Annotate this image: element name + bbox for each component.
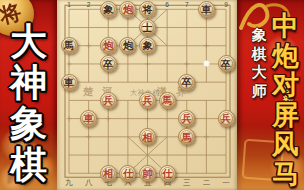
file-label-top: 1 [65, 1, 73, 8]
piece-character: 卒 [101, 58, 116, 72]
piece-black-炮[interactable]: 炮 [119, 37, 136, 54]
title-character: 大 [0, 21, 57, 62]
piece-black-馬[interactable]: 馬 [61, 37, 78, 54]
left-title-vertical: 大神象棋 [0, 21, 57, 185]
file-label-bottom: 三 [183, 178, 191, 188]
title-character: 马 [267, 160, 304, 190]
piece-character: 帥 [140, 167, 155, 181]
piece-character: 卒 [219, 58, 234, 72]
piece-red-兵[interactable]: 兵 [139, 92, 156, 109]
piece-black-象[interactable]: 象 [100, 1, 117, 18]
piece-black-卒[interactable]: 卒 [100, 55, 117, 72]
piece-character: 兵 [219, 112, 234, 126]
title-character: 大 [251, 63, 267, 82]
piece-red-兵[interactable]: 兵 [218, 110, 235, 127]
piece-character: 兵 [179, 112, 194, 126]
piece-red-兵[interactable]: 兵 [178, 110, 195, 127]
file-label-bottom: 九 [65, 178, 73, 188]
piece-character: 兵 [140, 94, 155, 108]
xiangqi-board[interactable]: 123456789九八七六五四三二一 楚河 漢界 大神象棋_ 象炮将車士馬炮炮象… [57, 0, 237, 190]
title-character: 象 [251, 26, 267, 45]
piece-character: 炮 [101, 39, 116, 53]
piece-black-車[interactable]: 車 [198, 1, 215, 18]
piece-red-炮[interactable]: 炮 [100, 37, 117, 54]
title-character: 炮 [267, 42, 304, 72]
piece-character: 象 [140, 39, 155, 53]
right-title-vertical: 中炮对屏风马 [267, 12, 304, 189]
piece-black-卒[interactable]: 卒 [218, 55, 235, 72]
piece-character: 相 [140, 131, 155, 145]
piece-character: 炮 [120, 3, 135, 17]
piece-character: 馬 [62, 39, 77, 53]
piece-character: 象 [101, 3, 116, 17]
piece-character: 将 [140, 3, 155, 17]
right-banner: 象棋大师 创新 中炮对屏风马 [237, 0, 304, 190]
piece-character: 車 [199, 3, 214, 17]
piece-character: 炮 [120, 39, 135, 53]
title-character: 屏 [267, 101, 304, 131]
file-label-top: 9 [222, 1, 230, 8]
title-character: 中 [267, 12, 304, 42]
title-character: 师 [251, 82, 267, 101]
piece-character: 車 [81, 112, 96, 126]
left-banner: 将 帥 大神象棋 [0, 0, 57, 190]
piece-black-卒[interactable]: 卒 [178, 74, 195, 91]
piece-red-相[interactable]: 相 [100, 165, 117, 182]
piece-red-帥[interactable]: 帥 [139, 165, 156, 182]
piece-character: 仕 [120, 167, 135, 181]
piece-red-仕[interactable]: 仕 [159, 165, 176, 182]
piece-black-士[interactable]: 士 [139, 19, 156, 36]
piece-red-仕[interactable]: 仕 [119, 165, 136, 182]
file-label-bottom: 一 [222, 178, 230, 188]
piece-character: 兵 [101, 94, 116, 108]
subtitle-vertical: 象棋大师 [251, 26, 267, 100]
piece-character: 車 [62, 76, 77, 90]
piece-red-馬[interactable]: 馬 [159, 92, 176, 109]
title-character: 对 [267, 71, 304, 101]
piece-red-馬[interactable]: 馬 [178, 128, 195, 145]
piece-black-車[interactable]: 車 [61, 74, 78, 91]
title-character: 风 [267, 130, 304, 160]
title-character: 棋 [251, 45, 267, 64]
file-label-top: 7 [183, 1, 191, 8]
piece-black-将[interactable]: 将 [139, 1, 156, 18]
piece-character: 仕 [160, 167, 175, 181]
piece-red-車[interactable]: 車 [80, 110, 97, 127]
file-label-top: 6 [163, 1, 171, 8]
piece-character: 馬 [160, 94, 175, 108]
title-character: 象 [0, 103, 57, 144]
piece-character: 馬 [179, 131, 194, 145]
file-label-bottom: 二 [202, 178, 210, 188]
piece-red-兵[interactable]: 兵 [100, 92, 117, 109]
piece-red-相[interactable]: 相 [139, 128, 156, 145]
piece-character: 士 [140, 21, 155, 35]
thumbnail-stage: 将 帥 大神象棋 123456789九八七六五四三二一 楚河 漢界 大神象棋_ … [0, 0, 304, 190]
title-character: 神 [0, 62, 57, 103]
piece-character: 卒 [179, 76, 194, 90]
piece-black-象[interactable]: 象 [139, 37, 156, 54]
file-label-bottom: 八 [85, 178, 93, 188]
title-character: 棋 [0, 144, 57, 185]
piece-red-炮[interactable]: 炮 [119, 1, 136, 18]
file-label-top: 2 [85, 1, 93, 8]
piece-character: 相 [101, 167, 116, 181]
